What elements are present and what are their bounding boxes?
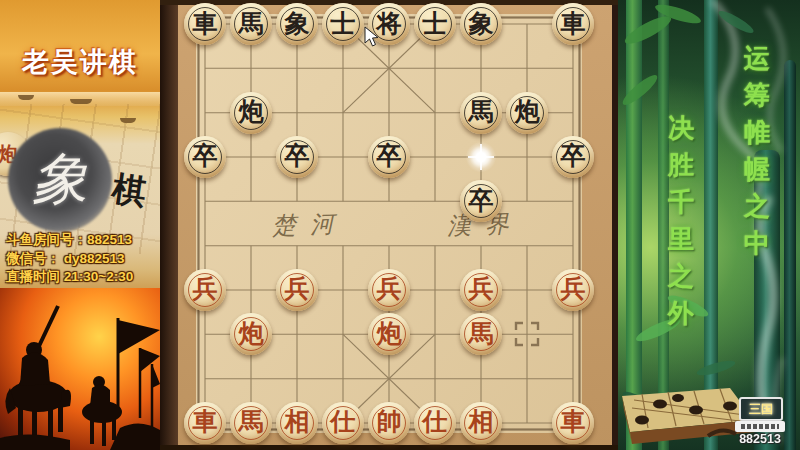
left-stream-banner: 老吴讲棋 炮 象 棋 斗鱼房间号：882513 微信号： dy882513 直播…: [0, 0, 160, 450]
black-horse-piece[interactable]: 馬: [230, 3, 272, 45]
board-grid: [160, 0, 618, 450]
douyu-room-number: 斗鱼房间号：882513: [6, 231, 160, 250]
black-chariot-piece[interactable]: 車: [552, 3, 594, 45]
tv-logo-caption-strip: [735, 421, 785, 432]
red-soldier-piece[interactable]: 兵: [368, 269, 410, 311]
piece-character: 馬: [469, 95, 494, 128]
channel-title: 老吴讲棋: [4, 44, 156, 80]
piece-character: 兵: [193, 272, 218, 305]
wechat-id: 微信号： dy882513: [6, 250, 160, 269]
red-elephant-piece[interactable]: 相: [460, 402, 502, 444]
piece-character: 士: [331, 7, 356, 40]
qi-logo-character: 棋: [109, 166, 149, 216]
piece-character: 炮: [515, 95, 540, 128]
piece-character: 車: [193, 405, 218, 438]
piece-character: 車: [561, 405, 586, 438]
black-chariot-piece[interactable]: 車: [184, 3, 226, 45]
river-label-chu-he: 楚河: [254, 207, 351, 242]
piece-character: 仕: [331, 405, 356, 438]
stream-screenshot: 老吴讲棋 炮 象 棋 斗鱼房间号：882513 微信号： dy882513 直播…: [0, 0, 800, 450]
red-general-piece[interactable]: 帥: [368, 402, 410, 444]
piece-character: 炮: [239, 317, 264, 350]
piece-character: 士: [423, 7, 448, 40]
black-soldier-piece[interactable]: 卒: [184, 136, 226, 178]
warrior-silhouettes: [0, 288, 160, 450]
piece-character: 象: [285, 7, 310, 40]
red-advisor-piece[interactable]: 仕: [322, 402, 364, 444]
black-advisor-piece[interactable]: 士: [322, 3, 364, 45]
slogan-column-2: 决胜千里之外: [666, 110, 696, 332]
piece-character: 卒: [377, 139, 402, 172]
piece-character: 卒: [469, 184, 494, 217]
black-horse-piece[interactable]: 馬: [460, 92, 502, 134]
red-soldier-piece[interactable]: 兵: [460, 269, 502, 311]
piece-character: 将: [377, 7, 402, 40]
black-general-piece[interactable]: 将: [368, 3, 410, 45]
battle-scene-decoration: [0, 288, 160, 450]
boat-decoration: [18, 95, 34, 100]
black-soldier-piece[interactable]: 卒: [552, 136, 594, 178]
piece-character: 馬: [469, 317, 494, 350]
black-elephant-piece[interactable]: 象: [460, 3, 502, 45]
red-soldier-piece[interactable]: 兵: [184, 269, 226, 311]
stream-schedule: 直播时间 21:30~2:30: [6, 268, 160, 287]
piece-character: 炮: [239, 95, 264, 128]
piece-character: 兵: [285, 272, 310, 305]
red-advisor-piece[interactable]: 仕: [414, 402, 456, 444]
piece-character: 卒: [561, 139, 586, 172]
piece-character: 兵: [377, 272, 402, 305]
xiangqi-board: 楚河 漢界 車馬象士将士象車炮馬炮卒卒卒卒卒兵兵兵兵兵炮炮馬車馬相仕帥仕相車: [160, 0, 618, 450]
black-soldier-piece[interactable]: 卒: [276, 136, 318, 178]
black-advisor-piece[interactable]: 士: [414, 3, 456, 45]
xiang-logo-character: 象: [8, 128, 112, 232]
piece-character: 兵: [561, 272, 586, 305]
piece-character: 帥: [377, 405, 402, 438]
black-elephant-piece[interactable]: 象: [276, 3, 318, 45]
red-elephant-piece[interactable]: 相: [276, 402, 318, 444]
piece-character: 車: [561, 7, 586, 40]
right-stream-banner: 运筹帷幄之中 决胜千里之外 三国 882513: [618, 0, 800, 450]
piece-character: 相: [469, 405, 494, 438]
streamer-contact-info: 斗鱼房间号：882513 微信号： dy882513 直播时间 21:30~2:…: [6, 231, 160, 287]
red-chariot-piece[interactable]: 車: [552, 402, 594, 444]
black-cannon-piece[interactable]: 炮: [506, 92, 548, 134]
red-soldier-piece[interactable]: 兵: [552, 269, 594, 311]
piece-character: 兵: [469, 272, 494, 305]
piece-character: 車: [193, 7, 218, 40]
piece-character: 馬: [239, 405, 264, 438]
red-soldier-piece[interactable]: 兵: [276, 269, 318, 311]
piece-character: 仕: [423, 405, 448, 438]
black-soldier-piece[interactable]: 卒: [368, 136, 410, 178]
piece-character: 炮: [377, 317, 402, 350]
black-cannon-piece[interactable]: 炮: [230, 92, 272, 134]
piece-character: 相: [285, 405, 310, 438]
slogan-column-1: 运筹帷幄之中: [742, 40, 772, 262]
tv-station-logo: 三国: [739, 397, 783, 421]
piece-character: 卒: [285, 139, 310, 172]
piece-character: 象: [469, 7, 494, 40]
piece-character: 馬: [239, 7, 264, 40]
red-chariot-piece[interactable]: 車: [184, 402, 226, 444]
red-horse-piece[interactable]: 馬: [230, 402, 272, 444]
piece-character: 卒: [193, 139, 218, 172]
room-number-watermark: 882513: [731, 432, 789, 446]
